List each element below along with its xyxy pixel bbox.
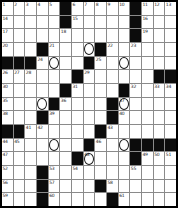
cell-r14c13[interactable] [142, 180, 153, 193]
cell-r2c2[interactable] [14, 16, 25, 29]
black-cell-r14c4 [37, 180, 48, 193]
cell-r12c15[interactable]: 51 [165, 152, 176, 165]
cell-r7c9[interactable] [95, 84, 106, 97]
black-cell-r2c6 [60, 16, 71, 29]
cell-r8c11[interactable]: 37 [119, 98, 130, 111]
cell-number: 5 [49, 2, 52, 7]
cell-number: 36 [61, 98, 66, 103]
cell-number: 2 [14, 2, 17, 7]
cell-r7c4[interactable] [37, 84, 48, 97]
cell-r5c13[interactable] [142, 57, 153, 70]
cell-number: 11 [143, 2, 148, 7]
cell-number: 48 [84, 152, 89, 157]
cell-r8c6[interactable]: 36 [60, 98, 71, 111]
cell-r15c1[interactable]: 59 [2, 193, 13, 206]
cell-r4c8[interactable] [84, 43, 95, 56]
black-cell-r5c3 [25, 57, 36, 70]
cell-number: 46 [96, 139, 101, 144]
cell-r15c6[interactable] [60, 193, 71, 206]
cell-r9c8[interactable] [84, 111, 95, 124]
black-cell-r11c13 [142, 139, 153, 152]
cell-r15c5[interactable]: 60 [49, 193, 60, 206]
black-cell-r4c4 [37, 43, 48, 56]
cell-r7c5[interactable] [49, 84, 60, 97]
black-cell-r2c12 [130, 16, 141, 29]
cell-number: 20 [3, 43, 8, 48]
black-cell-r5c2 [14, 57, 25, 70]
black-cell-r11c14 [154, 139, 165, 152]
cell-number: 54 [73, 166, 78, 171]
cell-r9c9[interactable] [95, 111, 106, 124]
cell-r10c4[interactable]: 42 [37, 125, 48, 138]
cell-r1c4[interactable]: 4 [37, 2, 48, 15]
cell-r4c6[interactable] [60, 43, 71, 56]
cell-number: 39 [49, 111, 54, 116]
cell-r3c15[interactable] [165, 29, 176, 42]
cell-r3c2[interactable] [14, 29, 25, 42]
cell-number: 3 [26, 2, 29, 7]
cell-r14c6[interactable] [60, 180, 71, 193]
cell-number: 50 [154, 152, 159, 157]
cell-r3c9[interactable] [95, 29, 106, 42]
cell-r5c11[interactable] [119, 57, 130, 70]
cell-r7c7[interactable]: 31 [72, 84, 83, 97]
cell-r9c14[interactable] [154, 111, 165, 124]
cell-number: 29 [84, 70, 89, 75]
cell-r4c3[interactable] [25, 43, 36, 56]
cell-r4c11[interactable] [119, 43, 130, 56]
cell-number: 22 [108, 43, 113, 48]
cell-r4c14[interactable] [154, 43, 165, 56]
cell-r10c14[interactable] [154, 125, 165, 138]
black-cell-r5c8 [84, 57, 95, 70]
cell-r1c5[interactable]: 5 [49, 2, 60, 15]
cell-r3c7[interactable] [72, 29, 83, 42]
cell-number: 32 [131, 84, 136, 89]
cell-r15c8[interactable] [84, 193, 95, 206]
cell-r6c11[interactable] [119, 70, 130, 83]
cell-r14c5[interactable]: 57 [49, 180, 60, 193]
cell-r13c7[interactable]: 54 [72, 166, 83, 179]
cell-r1c10[interactable]: 9 [107, 2, 118, 15]
cell-r10c13[interactable] [142, 125, 153, 138]
cell-r9c12[interactable] [130, 111, 141, 124]
cell-r10c5[interactable] [49, 125, 60, 138]
cell-r3c5[interactable] [49, 29, 60, 42]
cell-r6c12[interactable] [130, 70, 141, 83]
cell-r14c3[interactable] [25, 180, 36, 193]
cell-number: 13 [166, 2, 171, 7]
black-cell-r6c15 [165, 70, 176, 83]
cell-number: 6 [73, 2, 76, 7]
cell-r1c2[interactable]: 2 [14, 2, 25, 15]
cell-r7c15[interactable]: 34 [165, 84, 176, 97]
cell-r5c4[interactable]: 24 [37, 57, 48, 70]
cell-r13c1[interactable]: 52 [2, 166, 13, 179]
cell-r11c9[interactable]: 46 [95, 139, 106, 152]
cell-r2c1[interactable]: 14 [2, 16, 13, 29]
cell-r3c1[interactable]: 17 [2, 29, 13, 42]
cell-number: 30 [3, 84, 8, 89]
cell-number: 34 [166, 84, 171, 89]
cell-r7c3[interactable] [25, 84, 36, 97]
cell-r15c7[interactable] [72, 193, 83, 206]
circle-mark [37, 98, 47, 110]
cell-r13c14[interactable] [154, 166, 165, 179]
cell-number: 28 [26, 70, 31, 75]
black-cell-r6c14 [154, 70, 165, 83]
cell-r12c6[interactable] [60, 152, 71, 165]
cell-r1c11[interactable]: 10 [119, 2, 130, 15]
cell-number: 23 [131, 43, 136, 48]
cell-r15c2[interactable] [14, 193, 25, 206]
black-cell-r9c10 [107, 111, 118, 124]
cell-r10c3[interactable]: 41 [25, 125, 36, 138]
cell-r4c5[interactable]: 21 [49, 43, 60, 56]
cell-r9c5[interactable]: 39 [49, 111, 60, 124]
cell-r3c14[interactable] [154, 29, 165, 42]
cell-number: 27 [14, 70, 19, 75]
black-cell-r1c12 [130, 2, 141, 15]
cell-r2c13[interactable]: 16 [142, 16, 153, 29]
cell-r8c12[interactable] [130, 98, 141, 111]
cell-r10c11[interactable] [119, 125, 130, 138]
cell-number: 40 [119, 111, 124, 116]
cell-r13c5[interactable]: 53 [49, 166, 60, 179]
black-cell-r6c7 [72, 70, 83, 83]
cell-r13c11[interactable] [119, 166, 130, 179]
cell-r12c4[interactable] [37, 152, 48, 165]
black-cell-r12c7 [72, 152, 83, 165]
cell-number: 1 [3, 2, 6, 7]
cell-number: 59 [3, 193, 8, 198]
cell-r3c11[interactable] [119, 29, 130, 42]
cell-r12c13[interactable]: 49 [142, 152, 153, 165]
crossword-grid: 1234567891011121314151617181920212223242… [0, 0, 178, 208]
cell-r4c10[interactable]: 22 [107, 43, 118, 56]
cell-r13c15[interactable] [165, 166, 176, 179]
cell-r1c15[interactable]: 13 [165, 2, 176, 15]
cell-number: 55 [131, 166, 136, 171]
cell-r8c4[interactable] [37, 98, 48, 111]
cell-number: 61 [119, 193, 124, 198]
cell-r8c1[interactable]: 35 [2, 98, 13, 111]
cell-r11c4[interactable] [37, 139, 48, 152]
cell-r12c2[interactable] [14, 152, 25, 165]
cell-r11c10[interactable] [107, 139, 118, 152]
cell-r13c12[interactable]: 55 [130, 166, 141, 179]
cell-r11c1[interactable]: 44 [2, 139, 13, 152]
cell-number: 44 [3, 139, 8, 144]
circle-mark [49, 139, 59, 151]
cell-r2c7[interactable]: 15 [72, 16, 83, 29]
cell-number: 12 [154, 2, 159, 7]
cell-r15c15[interactable] [165, 193, 176, 206]
cell-r3c10[interactable] [107, 29, 118, 42]
cell-r5c15[interactable] [165, 57, 176, 70]
cell-r12c11[interactable] [119, 152, 130, 165]
cell-number: 15 [73, 16, 78, 21]
cell-r14c1[interactable]: 56 [2, 180, 13, 193]
black-cell-r1c6 [60, 2, 71, 15]
cell-r7c8[interactable] [84, 84, 95, 97]
cell-r2c14[interactable] [154, 16, 165, 29]
cell-number: 43 [108, 125, 113, 130]
cell-r1c9[interactable]: 8 [95, 2, 106, 15]
cell-number: 25 [96, 57, 101, 62]
cell-r14c14[interactable] [154, 180, 165, 193]
black-cell-r11c15 [165, 139, 176, 152]
cell-r8c13[interactable] [142, 98, 153, 111]
cell-r2c5[interactable] [49, 16, 60, 29]
cell-r1c3[interactable]: 3 [25, 2, 36, 15]
cell-r9c3[interactable] [25, 111, 36, 124]
cell-number: 60 [49, 193, 54, 198]
cell-number: 4 [38, 2, 41, 7]
cell-r12c9[interactable] [95, 152, 106, 165]
cell-r1c13[interactable]: 11 [142, 2, 153, 15]
cell-number: 14 [3, 16, 8, 21]
cell-r7c10[interactable] [107, 84, 118, 97]
cell-r7c1[interactable]: 30 [2, 84, 13, 97]
cell-r5c9[interactable]: 25 [95, 57, 106, 70]
black-cell-r8c5 [49, 98, 60, 111]
cell-r8c9[interactable] [95, 98, 106, 111]
cell-number: 58 [108, 180, 113, 185]
cell-number: 47 [3, 152, 8, 157]
cell-r6c5[interactable] [49, 70, 60, 83]
circle-mark [119, 57, 129, 69]
cell-r2c15[interactable] [165, 16, 176, 29]
cell-r11c11[interactable] [119, 139, 130, 152]
cell-r9c7[interactable] [72, 111, 83, 124]
cell-r15c11[interactable]: 61 [119, 193, 130, 206]
cell-r7c14[interactable]: 33 [154, 84, 165, 97]
cell-r4c12[interactable]: 23 [130, 43, 141, 56]
circle-mark [84, 43, 94, 55]
cell-number: 51 [166, 152, 171, 157]
cell-r13c10[interactable] [107, 166, 118, 179]
cell-r12c1[interactable]: 47 [2, 152, 13, 165]
black-cell-r3c12 [130, 29, 141, 42]
cell-number: 7 [84, 2, 87, 7]
cell-r6c1[interactable]: 26 [2, 70, 13, 83]
cell-r10c12[interactable] [130, 125, 141, 138]
cell-r6c9[interactable] [95, 70, 106, 83]
cell-r5c5[interactable] [49, 57, 60, 70]
cell-r14c12[interactable] [130, 180, 141, 193]
cell-r6c2[interactable]: 27 [14, 70, 25, 83]
cell-number: 35 [3, 98, 8, 103]
cell-r15c12[interactable] [130, 193, 141, 206]
cell-r13c9[interactable] [95, 166, 106, 179]
cell-r1c1[interactable]: 1 [2, 2, 13, 15]
cell-r7c13[interactable] [142, 84, 153, 97]
black-cell-r13c4 [37, 166, 48, 179]
black-cell-r4c9 [95, 43, 106, 56]
cell-r15c3[interactable] [25, 193, 36, 206]
cell-r9c11[interactable]: 40 [119, 111, 130, 124]
cell-r3c4[interactable] [37, 29, 48, 42]
cell-number: 52 [3, 166, 8, 171]
cell-r14c11[interactable] [119, 180, 130, 193]
cell-r9c1[interactable]: 38 [2, 111, 13, 124]
cell-r11c6[interactable] [60, 139, 71, 152]
cell-r12c3[interactable] [25, 152, 36, 165]
cell-number: 17 [3, 29, 8, 34]
cell-r13c6[interactable] [60, 166, 71, 179]
cell-r12c5[interactable] [49, 152, 60, 165]
cell-r11c7[interactable] [72, 139, 83, 152]
cell-number: 9 [108, 2, 111, 7]
cell-r3c6[interactable]: 18 [60, 29, 71, 42]
cell-r5c10[interactable] [107, 57, 118, 70]
cell-r13c13[interactable] [142, 166, 153, 179]
cell-number: 21 [49, 43, 54, 48]
black-cell-r5c1 [2, 57, 13, 70]
cell-r5c14[interactable] [154, 57, 165, 70]
cell-r5c6[interactable] [60, 57, 71, 70]
cell-r10c6[interactable] [60, 125, 71, 138]
black-cell-r9c4 [37, 111, 48, 124]
black-cell-r7c6 [60, 84, 71, 97]
black-cell-r12c12 [130, 152, 141, 165]
cell-number: 24 [38, 57, 43, 62]
cell-r11c5[interactable] [49, 139, 60, 152]
cell-r4c2[interactable] [14, 43, 25, 56]
cell-number: 26 [3, 70, 8, 75]
cell-r8c14[interactable] [154, 98, 165, 111]
cell-number: 31 [73, 84, 78, 89]
circle-mark [119, 139, 129, 151]
cell-r6c6[interactable] [60, 70, 71, 83]
cell-r9c15[interactable] [165, 111, 176, 124]
cell-r6c3[interactable]: 28 [25, 70, 36, 83]
cell-r4c13[interactable] [142, 43, 153, 56]
cell-r2c8[interactable] [84, 16, 95, 29]
cell-r9c13[interactable] [142, 111, 153, 124]
cell-r13c2[interactable] [14, 166, 25, 179]
cell-r15c14[interactable] [154, 193, 165, 206]
cell-r4c7[interactable] [72, 43, 83, 56]
cell-number: 18 [61, 29, 66, 34]
cell-r4c1[interactable]: 20 [2, 43, 13, 56]
cell-r14c8[interactable] [84, 180, 95, 193]
cell-r8c7[interactable] [72, 98, 83, 111]
cell-r3c8[interactable] [84, 29, 95, 42]
black-cell-r10c9 [95, 125, 106, 138]
circle-mark [49, 57, 59, 69]
black-cell-r10c1 [2, 125, 13, 138]
cell-r10c15[interactable] [165, 125, 176, 138]
cell-number: 56 [3, 180, 8, 185]
cell-r2c10[interactable] [107, 16, 118, 29]
black-cell-r15c10 [107, 193, 118, 206]
cell-r1c7[interactable]: 6 [72, 2, 83, 15]
cell-r2c11[interactable] [119, 16, 130, 29]
cell-r7c2[interactable] [14, 84, 25, 97]
cell-r9c6[interactable] [60, 111, 71, 124]
cell-number: 53 [49, 166, 54, 171]
cell-r3c3[interactable] [25, 29, 36, 42]
cell-r14c2[interactable] [14, 180, 25, 193]
cell-r9c2[interactable] [14, 111, 25, 124]
cell-number: 16 [143, 16, 148, 21]
cell-r6c13[interactable] [142, 70, 153, 83]
cell-r12c14[interactable]: 50 [154, 152, 165, 165]
cell-r13c8[interactable] [84, 166, 95, 179]
cell-r2c4[interactable] [37, 16, 48, 29]
black-cell-r11c8 [84, 139, 95, 152]
black-cell-r15c4 [37, 193, 48, 206]
black-cell-r7c11 [119, 84, 130, 97]
cell-number: 19 [143, 29, 148, 34]
cell-r10c8[interactable] [84, 125, 95, 138]
cell-number: 8 [96, 2, 99, 7]
black-cell-r8c10 [107, 98, 118, 111]
cell-r2c9[interactable] [95, 16, 106, 29]
cell-r1c8[interactable]: 7 [84, 2, 95, 15]
cell-r10c7[interactable] [72, 125, 83, 138]
cell-r14c7[interactable] [72, 180, 83, 193]
cell-r6c10[interactable] [107, 70, 118, 83]
cell-r7c12[interactable]: 32 [130, 84, 141, 97]
cell-r15c9[interactable] [95, 193, 106, 206]
cell-r12c10[interactable] [107, 152, 118, 165]
cell-number: 49 [143, 152, 148, 157]
cell-r5c7[interactable] [72, 57, 83, 70]
cell-number: 38 [3, 111, 8, 116]
cell-number: 57 [49, 180, 54, 185]
cell-number: 42 [38, 125, 43, 130]
cell-r10c10[interactable]: 43 [107, 125, 118, 138]
cell-r8c15[interactable] [165, 98, 176, 111]
cell-r13c3[interactable] [25, 166, 36, 179]
cell-r15c13[interactable] [142, 193, 153, 206]
black-cell-r10c2 [14, 125, 25, 138]
cell-number: 33 [154, 84, 159, 89]
cell-number: 41 [26, 125, 31, 130]
cell-r5c12[interactable] [130, 57, 141, 70]
cell-r4c15[interactable] [165, 43, 176, 56]
cell-r14c15[interactable] [165, 180, 176, 193]
cell-r3c13[interactable]: 19 [142, 29, 153, 42]
black-cell-r14c9 [95, 180, 106, 193]
cell-r2c3[interactable] [25, 16, 36, 29]
cell-r11c3[interactable] [25, 139, 36, 152]
cell-r1c14[interactable]: 12 [154, 2, 165, 15]
cell-r6c4[interactable] [37, 70, 48, 83]
cell-number: 37 [119, 98, 124, 103]
cell-r14c10[interactable]: 58 [107, 180, 118, 193]
cell-r8c3[interactable] [25, 98, 36, 111]
cell-r11c2[interactable]: 45 [14, 139, 25, 152]
cell-r6c8[interactable]: 29 [84, 70, 95, 83]
cell-r8c2[interactable] [14, 98, 25, 111]
cell-number: 10 [119, 2, 124, 7]
cell-number: 45 [14, 139, 19, 144]
cell-r8c8[interactable] [84, 98, 95, 111]
black-cell-r11c12 [130, 139, 141, 152]
cell-r12c8[interactable]: 48 [84, 152, 95, 165]
